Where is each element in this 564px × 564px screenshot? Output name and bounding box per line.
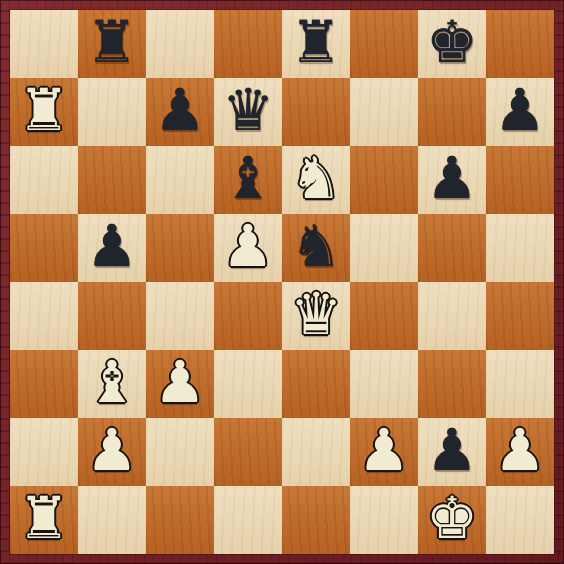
square-h5[interactable] — [486, 214, 554, 282]
square-d1[interactable] — [214, 486, 282, 554]
square-f8[interactable] — [350, 10, 418, 78]
square-d6[interactable]: ♝ — [214, 146, 282, 214]
black-pawn-piece: ♟︎ — [494, 78, 546, 144]
square-c3[interactable]: ♟︎ — [146, 350, 214, 418]
black-pawn-piece: ♟︎ — [426, 418, 478, 484]
square-h6[interactable] — [486, 146, 554, 214]
square-b7[interactable] — [78, 78, 146, 146]
white-pawn-piece: ♟︎ — [358, 418, 410, 484]
square-f3[interactable] — [350, 350, 418, 418]
black-pawn-piece: ♟︎ — [426, 146, 478, 212]
square-b8[interactable]: ♜ — [78, 10, 146, 78]
white-pawn-piece: ♟︎ — [86, 418, 138, 484]
square-b5[interactable]: ♟︎ — [78, 214, 146, 282]
square-h4[interactable] — [486, 282, 554, 350]
square-d7[interactable]: ♛ — [214, 78, 282, 146]
black-rook-piece: ♜ — [290, 10, 342, 76]
square-f2[interactable]: ♟︎ — [350, 418, 418, 486]
square-h1[interactable] — [486, 486, 554, 554]
square-e6[interactable]: ♞ — [282, 146, 350, 214]
white-rook-piece: ♜ — [18, 486, 70, 552]
square-a8[interactable] — [10, 10, 78, 78]
square-c5[interactable] — [146, 214, 214, 282]
square-h7[interactable]: ♟︎ — [486, 78, 554, 146]
black-pawn-piece: ♟︎ — [154, 78, 206, 144]
square-g7[interactable] — [418, 78, 486, 146]
white-queen-piece: ♛ — [290, 282, 342, 348]
square-f5[interactable] — [350, 214, 418, 282]
square-e8[interactable]: ♜ — [282, 10, 350, 78]
square-f1[interactable] — [350, 486, 418, 554]
square-d4[interactable] — [214, 282, 282, 350]
white-pawn-piece: ♟︎ — [494, 418, 546, 484]
square-e5[interactable]: ♞ — [282, 214, 350, 282]
square-g4[interactable] — [418, 282, 486, 350]
black-queen-piece: ♛ — [222, 78, 274, 144]
white-rook-piece: ♜ — [18, 78, 70, 144]
square-c8[interactable] — [146, 10, 214, 78]
square-d2[interactable] — [214, 418, 282, 486]
white-knight-piece: ♞ — [290, 146, 342, 212]
square-g3[interactable] — [418, 350, 486, 418]
square-e1[interactable] — [282, 486, 350, 554]
square-a1[interactable]: ♜ — [10, 486, 78, 554]
square-h2[interactable]: ♟︎ — [486, 418, 554, 486]
square-b4[interactable] — [78, 282, 146, 350]
square-h8[interactable] — [486, 10, 554, 78]
square-e7[interactable] — [282, 78, 350, 146]
square-a6[interactable] — [10, 146, 78, 214]
white-king-piece: ♚ — [426, 486, 478, 552]
square-f7[interactable] — [350, 78, 418, 146]
square-a7[interactable]: ♜ — [10, 78, 78, 146]
white-pawn-piece: ♟︎ — [222, 214, 274, 280]
square-g8[interactable]: ♚ — [418, 10, 486, 78]
square-h3[interactable] — [486, 350, 554, 418]
square-c6[interactable] — [146, 146, 214, 214]
black-knight-piece: ♞ — [290, 214, 342, 280]
square-g1[interactable]: ♚ — [418, 486, 486, 554]
square-a2[interactable] — [10, 418, 78, 486]
square-d3[interactable] — [214, 350, 282, 418]
white-pawn-piece: ♟︎ — [154, 350, 206, 416]
square-e3[interactable] — [282, 350, 350, 418]
square-c2[interactable] — [146, 418, 214, 486]
square-b6[interactable] — [78, 146, 146, 214]
square-b2[interactable]: ♟︎ — [78, 418, 146, 486]
square-b1[interactable] — [78, 486, 146, 554]
black-pawn-piece: ♟︎ — [86, 214, 138, 280]
black-king-piece: ♚ — [426, 10, 478, 76]
square-b3[interactable]: ♝ — [78, 350, 146, 418]
square-e4[interactable]: ♛ — [282, 282, 350, 350]
board-frame: ♜♜♚♜♟︎♛♟︎♝♞♟︎♟︎♟︎♞♛♝♟︎♟︎♟︎♟︎♟︎♜♚ — [0, 0, 564, 564]
square-e2[interactable] — [282, 418, 350, 486]
square-c4[interactable] — [146, 282, 214, 350]
square-a4[interactable] — [10, 282, 78, 350]
square-a5[interactable] — [10, 214, 78, 282]
black-rook-piece: ♜ — [86, 10, 138, 76]
square-c1[interactable] — [146, 486, 214, 554]
square-c7[interactable]: ♟︎ — [146, 78, 214, 146]
square-a3[interactable] — [10, 350, 78, 418]
square-d5[interactable]: ♟︎ — [214, 214, 282, 282]
square-g6[interactable]: ♟︎ — [418, 146, 486, 214]
square-f6[interactable] — [350, 146, 418, 214]
black-bishop-piece: ♝ — [222, 146, 274, 212]
square-d8[interactable] — [214, 10, 282, 78]
square-g5[interactable] — [418, 214, 486, 282]
square-f4[interactable] — [350, 282, 418, 350]
chess-board: ♜♜♚♜♟︎♛♟︎♝♞♟︎♟︎♟︎♞♛♝♟︎♟︎♟︎♟︎♟︎♜♚ — [10, 10, 554, 554]
square-g2[interactable]: ♟︎ — [418, 418, 486, 486]
white-bishop-piece: ♝ — [86, 350, 138, 416]
